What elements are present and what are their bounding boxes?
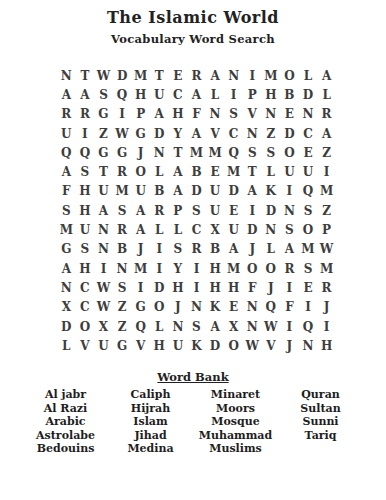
grid-cell: B [280,85,299,104]
grid-cell: D [280,124,299,143]
grid-cell: P [169,201,188,220]
grid-cell: M [262,66,281,85]
grid-cell: U [131,182,150,201]
word-bank-word: Medina [108,442,193,456]
grid-cell: I [280,278,299,297]
grid-cell: N [57,66,76,85]
grid-cell: I [243,66,262,85]
grid-cell: A [224,240,243,259]
grid-cell: I [224,85,243,104]
grid-cell: S [169,240,188,259]
word-bank-word: Al jabr [23,388,108,402]
grid-cell: S [57,201,76,220]
grid-cell: V [206,124,225,143]
grid-cell: A [57,162,76,181]
grid-cell: I [317,317,336,336]
grid-cell: S [299,201,318,220]
grid-cell: H [169,278,188,297]
grid-cell: A [187,85,206,104]
grid-cell: O [76,317,95,336]
grid-cell: A [317,124,336,143]
page-title: The Islamic World [0,8,386,27]
grid-cell: S [187,201,206,220]
grid-cell: C [299,124,318,143]
word-bank-column: Al jabrAl RaziArabicAstrolabeBedouins [23,388,108,456]
grid-cell: H [317,336,336,355]
grid-cell: N [299,336,318,355]
grid-cell: H [169,105,188,124]
word-bank-word: Jihad [108,429,193,443]
grid-cell: D [150,124,169,143]
word-bank-word: Islam [108,415,193,429]
grid-cell: I [243,201,262,220]
grid-cell: F [280,298,299,317]
grid-cell: P [243,85,262,104]
grid-cell: R [317,105,336,124]
grid-cell: A [76,85,95,104]
grid-cell: W [262,317,281,336]
grid-cell: O [299,220,318,239]
grid-cell: U [76,220,95,239]
grid-cell: E [299,278,318,297]
grid-cell: N [243,317,262,336]
grid-cell: N [299,105,318,124]
grid-cell: C [169,85,188,104]
grid-cell: H [206,278,225,297]
grid-cell: S [187,317,206,336]
grid-cell: R [317,278,336,297]
grid-cell: K [262,182,281,201]
grid-cell: J [169,298,188,317]
grid-cell: G [57,240,76,259]
grid-cell: M [299,240,318,259]
grid-cell: N [187,298,206,317]
word-bank-columns: Al jabrAl RaziArabicAstrolabeBedouinsCal… [23,388,363,456]
grid-cell: M [57,220,76,239]
grid-cell: U [206,201,225,220]
grid-cell: Q [57,143,76,162]
grid-cell: N [206,105,225,124]
grid-cell: Q [113,85,132,104]
grid-cell: E [280,105,299,124]
grid-cell: J [243,240,262,259]
grid-cell: B [187,162,206,181]
grid-cell: D [206,336,225,355]
grid-cell: U [57,124,76,143]
grid-cell: A [280,240,299,259]
grid-cell: A [187,124,206,143]
grid-cell: J [262,278,281,297]
grid-cell: M [224,162,243,181]
grid-cell: L [150,220,169,239]
word-bank-column: MinaretMoorsMosqueMuhammadMuslims [193,388,278,456]
grid-cell: J [131,240,150,259]
grid-cell: N [262,105,281,124]
grid-cell: I [187,278,206,297]
grid-cell: O [224,336,243,355]
grid-cell: N [57,278,76,297]
grid-cell: N [169,317,188,336]
word-bank-word: Caliph [108,388,193,402]
grid-cell: D [187,182,206,201]
grid-cell: U [280,162,299,181]
grid-cell: I [76,124,95,143]
grid-cell: O [280,143,299,162]
grid-cell: E [224,201,243,220]
grid-cell: W [94,278,113,297]
grid-cell: A [57,85,76,104]
grid-cell: Q [76,143,95,162]
grid-cell: L [206,85,225,104]
grid-cell: S [113,201,132,220]
word-bank-word: Al Razi [23,402,108,416]
grid-cell: M [224,259,243,278]
grid-cell: S [94,85,113,104]
word-search-grid: NTWDMTERANIMOLAAASQHUCALIPHBDLRRGIPAHFNS… [57,66,336,355]
grid-cell: M [113,182,132,201]
grid-cell: R [76,105,95,124]
word-bank-word: Quran [278,388,363,402]
grid-cell: I [113,105,132,124]
grid-cell: H [150,336,169,355]
grid-cell: I [150,240,169,259]
grid-cell: L [299,66,318,85]
grid-cell: T [243,162,262,181]
grid-cell: T [150,66,169,85]
word-bank-word: Muslims [193,442,278,456]
grid-cell: E [299,143,318,162]
grid-cell: N [262,220,281,239]
grid-cell: N [243,124,262,143]
grid-cell: L [57,336,76,355]
word-bank-word: Bedouins [23,442,108,456]
grid-cell: N [280,201,299,220]
grid-cell: O [243,259,262,278]
grid-cell: O [280,66,299,85]
grid-cell: D [243,220,262,239]
grid-cell: W [113,124,132,143]
grid-cell: K [187,336,206,355]
word-bank-heading: Word Bank [0,370,386,384]
grid-cell: D [57,317,76,336]
grid-cell: S [243,143,262,162]
grid-cell: H [76,182,95,201]
grid-cell: W [317,240,336,259]
grid-cell: H [262,85,281,104]
grid-cell: I [131,278,150,297]
grid-cell: L [262,240,281,259]
grid-cell: M [131,66,150,85]
grid-cell: L [150,317,169,336]
grid-cell: B [113,240,132,259]
grid-cell: G [94,143,113,162]
page-subtitle: Vocabulary Word Search [0,32,386,46]
grid-cell: Q [299,317,318,336]
grid-cell: A [131,201,150,220]
grid-cell: Z [113,298,132,317]
word-bank-word: Sultan [278,402,363,416]
grid-cell: D [224,182,243,201]
word-bank-word: Muhammad [193,429,278,443]
grid-cell: O [262,259,281,278]
grid-cell: T [94,162,113,181]
grid-cell: A [317,66,336,85]
grid-cell: F [243,278,262,297]
grid-cell: G [113,143,132,162]
grid-cell: A [169,182,188,201]
grid-cell: Q [224,143,243,162]
grid-cell: N [243,298,262,317]
grid-cell: I [187,259,206,278]
word-bank-word: Astrolabe [23,429,108,443]
word-bank-column: CaliphHijrahIslamJihadMedina [108,388,193,456]
grid-cell: M [187,143,206,162]
grid-cell: C [187,220,206,239]
grid-cell: H [131,85,150,104]
grid-cell: D [113,66,132,85]
grid-cell: V [262,336,281,355]
grid-cell: P [131,105,150,124]
grid-cell: U [94,336,113,355]
grid-cell: R [187,66,206,85]
grid-cell: A [206,317,225,336]
grid-cell: B [206,240,225,259]
grid-cell: E [224,298,243,317]
grid-cell: Z [317,201,336,220]
grid-cell: B [150,182,169,201]
grid-cell: X [57,298,76,317]
grid-cell: M [317,259,336,278]
grid-cell: H [224,278,243,297]
grid-cell: A [150,105,169,124]
grid-cell: Z [317,143,336,162]
grid-cell: L [317,85,336,104]
grid-cell: Y [169,124,188,143]
grid-cell: J [317,298,336,317]
grid-cell: W [94,298,113,317]
grid-cell: S [113,278,132,297]
grid-cell: Z [262,124,281,143]
grid-cell: O [150,298,169,317]
grid-cell: S [76,240,95,259]
word-bank-column: QuranSultanSunniTariq [278,388,363,456]
grid-cell: A [169,162,188,181]
grid-cell: U [150,85,169,104]
grid-cell: Y [169,259,188,278]
grid-cell: J [131,143,150,162]
grid-cell: A [57,259,76,278]
grid-cell: A [94,201,113,220]
grid-cell: S [224,105,243,124]
grid-cell: U [169,336,188,355]
grid-cell: D [262,201,281,220]
grid-cell: V [76,336,95,355]
grid-cell: N [150,143,169,162]
grid-cell: R [280,259,299,278]
grid-cell: R [150,201,169,220]
grid-cell: R [113,220,132,239]
grid-cell: W [243,336,262,355]
grid-cell: G [94,105,113,124]
grid-cell: Z [94,124,113,143]
word-bank-word: Moors [193,402,278,416]
grid-cell: I [150,259,169,278]
grid-cell: A [131,220,150,239]
grid-cell: I [280,317,299,336]
grid-cell: G [131,298,150,317]
grid-cell: U [94,182,113,201]
grid-cell: M [131,259,150,278]
grid-cell: R [187,240,206,259]
grid-cell: X [94,317,113,336]
grid-cell: U [299,162,318,181]
grid-cell: Q [262,298,281,317]
grid-cell: M [206,143,225,162]
grid-cell: G [131,124,150,143]
grid-cell: D [150,278,169,297]
word-bank-word: Mosque [193,415,278,429]
grid-cell: Q [299,182,318,201]
grid-cell: F [187,105,206,124]
grid-cell: V [131,336,150,355]
grid-cell: S [76,162,95,181]
grid-cell: G [113,336,132,355]
word-bank-word: Sunni [278,415,363,429]
grid-cell: X [224,317,243,336]
grid-cell: T [169,143,188,162]
grid-cell: T [76,66,95,85]
grid-cell: E [169,66,188,85]
grid-cell: C [76,278,95,297]
grid-cell: P [317,220,336,239]
grid-cell: L [169,220,188,239]
grid-cell: V [243,105,262,124]
grid-cell: U [206,182,225,201]
grid-cell: R [113,162,132,181]
grid-cell: D [299,85,318,104]
grid-cell: J [280,336,299,355]
grid-cell: O [131,162,150,181]
grid-cell: F [57,182,76,201]
grid-cell: A [206,66,225,85]
grid-cell: M [317,182,336,201]
grid-cell: E [206,162,225,181]
grid-cell: N [113,259,132,278]
grid-cell: S [280,220,299,239]
grid-cell: I [280,182,299,201]
word-bank-word: Hijrah [108,402,193,416]
grid-cell: N [94,240,113,259]
word-bank-word: Tariq [278,429,363,443]
grid-cell: K [206,298,225,317]
grid-cell: H [76,201,95,220]
word-bank-word: Arabic [23,415,108,429]
grid-cell: A [243,182,262,201]
grid-cell: S [299,259,318,278]
grid-cell: I [94,259,113,278]
grid-cell: I [317,162,336,181]
grid-cell: I [299,298,318,317]
grid-cell: N [94,220,113,239]
grid-cell: H [206,259,225,278]
grid-cell: L [262,162,281,181]
grid-cell: L [150,162,169,181]
grid-cell: S [262,143,281,162]
grid-cell: Z [113,317,132,336]
grid-cell: R [57,105,76,124]
grid-cell: C [224,124,243,143]
word-bank-word: Minaret [193,388,278,402]
grid-cell: H [76,259,95,278]
grid-cell: U [224,220,243,239]
grid-cell: Q [131,317,150,336]
grid-cell: W [94,66,113,85]
grid-cell: X [206,220,225,239]
grid-cell: C [76,298,95,317]
grid-cell: N [224,66,243,85]
